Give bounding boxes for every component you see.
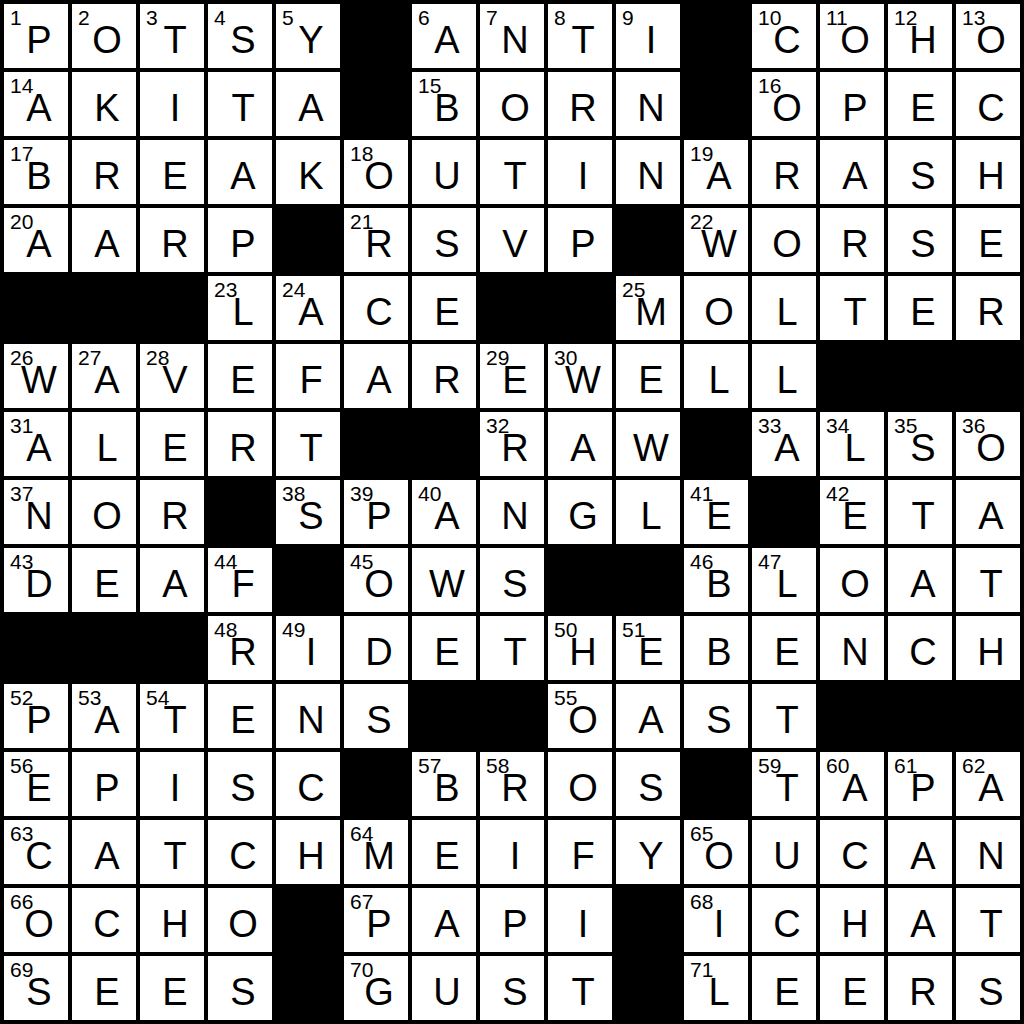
cell-r13c1[interactable]: 63C bbox=[4, 820, 68, 884]
cell-r5c14[interactable]: E bbox=[888, 276, 952, 340]
cell-r15c13[interactable]: E bbox=[820, 956, 884, 1020]
cell-r14c9[interactable]: I bbox=[548, 888, 612, 952]
cell-letter: P bbox=[350, 497, 408, 535]
cell-r11c9[interactable]: 55O bbox=[548, 684, 612, 748]
cell-r13c6[interactable]: 64M bbox=[344, 820, 408, 884]
cell-letter: I bbox=[282, 633, 340, 671]
cell-r1c9[interactable]: 8T bbox=[548, 4, 612, 68]
cell-letter: I bbox=[146, 89, 204, 127]
cell-r12c7[interactable]: 57B bbox=[412, 752, 476, 816]
cell-letter: A bbox=[350, 361, 408, 399]
cell-r1c1[interactable]: 1P bbox=[4, 4, 68, 68]
cell-r10c10[interactable]: 51E bbox=[616, 616, 680, 680]
cell-r9c4[interactable]: 44F bbox=[208, 548, 272, 612]
cell-letter: R bbox=[214, 429, 272, 467]
cell-r5c15[interactable]: R bbox=[956, 276, 1020, 340]
cell-r8c14[interactable]: T bbox=[888, 480, 952, 544]
cell-r11c1[interactable]: 52P bbox=[4, 684, 68, 748]
cell-r10c12[interactable]: E bbox=[752, 616, 816, 680]
cell-letter: H bbox=[826, 905, 884, 943]
cell-letter: R bbox=[418, 361, 476, 399]
cell-r12c12[interactable]: 59T bbox=[752, 752, 816, 816]
cell-r8c15[interactable]: A bbox=[956, 480, 1020, 544]
cell-r10c11[interactable]: B bbox=[684, 616, 748, 680]
cell-r15c6[interactable]: 70G bbox=[344, 956, 408, 1020]
cell-r15c8[interactable]: S bbox=[480, 956, 544, 1020]
cell-r6c12[interactable]: L bbox=[752, 344, 816, 408]
cell-r14c2[interactable]: C bbox=[72, 888, 136, 952]
cell-r12c3[interactable]: I bbox=[140, 752, 204, 816]
cell-letter: O bbox=[962, 429, 1020, 467]
cell-r2c2[interactable]: K bbox=[72, 72, 136, 136]
block-r12c11 bbox=[684, 752, 748, 816]
cell-letter: O bbox=[554, 769, 612, 807]
cell-r7c4[interactable]: R bbox=[208, 412, 272, 476]
cell-r13c7[interactable]: E bbox=[412, 820, 476, 884]
cell-r11c10[interactable]: A bbox=[616, 684, 680, 748]
cell-letter: B bbox=[418, 769, 476, 807]
cell-r10c13[interactable]: N bbox=[820, 616, 884, 680]
cell-letter: S bbox=[214, 769, 272, 807]
cell-r9c15[interactable]: T bbox=[956, 548, 1020, 612]
cell-r13c4[interactable]: C bbox=[208, 820, 272, 884]
cell-r8c10[interactable]: L bbox=[616, 480, 680, 544]
cell-r13c3[interactable]: T bbox=[140, 820, 204, 884]
cell-letter: R bbox=[146, 225, 204, 263]
cell-letter: N bbox=[622, 157, 680, 195]
cell-r6c4[interactable]: E bbox=[208, 344, 272, 408]
cell-r8c1[interactable]: 37N bbox=[4, 480, 68, 544]
cell-r3c7[interactable]: U bbox=[412, 140, 476, 204]
cell-r4c8[interactable]: V bbox=[480, 208, 544, 272]
cell-letter: R bbox=[486, 429, 544, 467]
cell-r8c7[interactable]: 40A bbox=[412, 480, 476, 544]
cell-letter: A bbox=[10, 89, 68, 127]
cell-letter: O bbox=[486, 89, 544, 127]
cell-letter: L bbox=[826, 429, 884, 467]
cell-r1c4[interactable]: 4S bbox=[208, 4, 272, 68]
block-r11c14 bbox=[888, 684, 952, 748]
cell-r14c7[interactable]: A bbox=[412, 888, 476, 952]
cell-letter: C bbox=[758, 905, 816, 943]
block-r11c7 bbox=[412, 684, 476, 748]
cell-r13c8[interactable]: I bbox=[480, 820, 544, 884]
cell-letter: A bbox=[214, 157, 272, 195]
cell-r1c7[interactable]: 6A bbox=[412, 4, 476, 68]
cell-r11c3[interactable]: 54T bbox=[140, 684, 204, 748]
cell-r5c11[interactable]: O bbox=[684, 276, 748, 340]
cell-r1c10[interactable]: 9I bbox=[616, 4, 680, 68]
cell-letter: H bbox=[894, 21, 952, 59]
cell-letter: B bbox=[418, 89, 476, 127]
block-r11c15 bbox=[956, 684, 1020, 748]
cell-letter: C bbox=[214, 837, 272, 875]
cell-r9c1[interactable]: 43D bbox=[4, 548, 68, 612]
cell-letter: O bbox=[350, 157, 408, 195]
cell-r15c7[interactable]: U bbox=[412, 956, 476, 1020]
cell-r14c4[interactable]: O bbox=[208, 888, 272, 952]
cell-r3c3[interactable]: E bbox=[140, 140, 204, 204]
cell-letter: S bbox=[350, 701, 408, 739]
cell-r3c4[interactable]: A bbox=[208, 140, 272, 204]
cell-letter: Y bbox=[282, 21, 340, 59]
cell-r10c7[interactable]: E bbox=[412, 616, 476, 680]
cell-letter: A bbox=[894, 565, 952, 603]
cell-letter: R bbox=[350, 225, 408, 263]
cell-r4c3[interactable]: R bbox=[140, 208, 204, 272]
cell-letter: H bbox=[146, 905, 204, 943]
cell-r1c3[interactable]: 3T bbox=[140, 4, 204, 68]
cell-r4c9[interactable]: P bbox=[548, 208, 612, 272]
cell-r6c7[interactable]: R bbox=[412, 344, 476, 408]
cell-letter: E bbox=[826, 973, 884, 1011]
cell-letter: W bbox=[554, 361, 612, 399]
cell-r4c6[interactable]: 21R bbox=[344, 208, 408, 272]
cell-r7c8[interactable]: 32R bbox=[480, 412, 544, 476]
cell-letter: O bbox=[78, 497, 136, 535]
cell-letter: V bbox=[146, 361, 204, 399]
cell-r7c10[interactable]: W bbox=[616, 412, 680, 476]
cell-r7c5[interactable]: T bbox=[276, 412, 340, 476]
cell-r10c9[interactable]: 50H bbox=[548, 616, 612, 680]
cell-r12c10[interactable]: S bbox=[616, 752, 680, 816]
cell-r3c9[interactable]: I bbox=[548, 140, 612, 204]
cell-letter: E bbox=[690, 497, 748, 535]
cell-r8c2[interactable]: O bbox=[72, 480, 136, 544]
cell-r13c9[interactable]: F bbox=[548, 820, 612, 884]
cell-letter: E bbox=[418, 837, 476, 875]
cell-r3c2[interactable]: R bbox=[72, 140, 136, 204]
cell-r5c4[interactable]: 23L bbox=[208, 276, 272, 340]
cell-r15c1[interactable]: 69S bbox=[4, 956, 68, 1020]
cell-r12c5[interactable]: C bbox=[276, 752, 340, 816]
cell-letter: C bbox=[10, 837, 68, 875]
cell-r13c13[interactable]: C bbox=[820, 820, 884, 884]
cell-letter: S bbox=[282, 497, 340, 535]
cell-r14c14[interactable]: A bbox=[888, 888, 952, 952]
cell-letter: W bbox=[418, 565, 476, 603]
cell-r7c15[interactable]: 36O bbox=[956, 412, 1020, 476]
cell-letter: P bbox=[894, 769, 952, 807]
cell-r15c11[interactable]: 71L bbox=[684, 956, 748, 1020]
cell-r13c12[interactable]: U bbox=[752, 820, 816, 884]
cell-letter: T bbox=[146, 701, 204, 739]
block-r12c6 bbox=[344, 752, 408, 816]
cell-letter: E bbox=[622, 361, 680, 399]
cell-letter: E bbox=[214, 701, 272, 739]
cell-r13c11[interactable]: 65O bbox=[684, 820, 748, 884]
cell-letter: O bbox=[758, 225, 816, 263]
cell-letter: L bbox=[758, 361, 816, 399]
cell-letter: L bbox=[78, 429, 136, 467]
cell-letter: C bbox=[894, 633, 952, 671]
cell-letter: S bbox=[418, 225, 476, 263]
cell-letter: L bbox=[758, 565, 816, 603]
cell-r7c9[interactable]: A bbox=[548, 412, 612, 476]
cell-r3c6[interactable]: 18O bbox=[344, 140, 408, 204]
cell-letter: P bbox=[10, 701, 68, 739]
cell-r2c15[interactable]: C bbox=[956, 72, 1020, 136]
cell-r11c5[interactable]: N bbox=[276, 684, 340, 748]
cell-r12c13[interactable]: 60A bbox=[820, 752, 884, 816]
cell-r14c1[interactable]: 66O bbox=[4, 888, 68, 952]
cell-r6c6[interactable]: A bbox=[344, 344, 408, 408]
cell-letter: S bbox=[894, 429, 952, 467]
block-r6c14 bbox=[888, 344, 952, 408]
cell-r6c8[interactable]: 29E bbox=[480, 344, 544, 408]
cell-r1c5[interactable]: 5Y bbox=[276, 4, 340, 68]
cell-r15c15[interactable]: S bbox=[956, 956, 1020, 1020]
cell-r10c15[interactable]: H bbox=[956, 616, 1020, 680]
cell-r11c4[interactable]: E bbox=[208, 684, 272, 748]
cell-r15c2[interactable]: E bbox=[72, 956, 136, 1020]
cell-r5c13[interactable]: T bbox=[820, 276, 884, 340]
cell-r6c11[interactable]: L bbox=[684, 344, 748, 408]
cell-r8c8[interactable]: N bbox=[480, 480, 544, 544]
cell-r4c14[interactable]: S bbox=[888, 208, 952, 272]
cell-letter: I bbox=[146, 769, 204, 807]
cell-letter: A bbox=[418, 21, 476, 59]
cell-r3c1[interactable]: 17B bbox=[4, 140, 68, 204]
cell-r9c8[interactable]: S bbox=[480, 548, 544, 612]
cell-r4c2[interactable]: A bbox=[72, 208, 136, 272]
cell-letter: A bbox=[78, 361, 136, 399]
cell-r9c6[interactable]: 45O bbox=[344, 548, 408, 612]
cell-r9c2[interactable]: E bbox=[72, 548, 136, 612]
block-r1c6 bbox=[344, 4, 408, 68]
cell-r15c4[interactable]: S bbox=[208, 956, 272, 1020]
cell-letter: R bbox=[894, 973, 952, 1011]
cell-r7c2[interactable]: L bbox=[72, 412, 136, 476]
cell-letter: O bbox=[690, 293, 748, 331]
cell-letter: E bbox=[826, 497, 884, 535]
cell-r5c6[interactable]: C bbox=[344, 276, 408, 340]
cell-r2c12[interactable]: 16O bbox=[752, 72, 816, 136]
cell-r10c8[interactable]: T bbox=[480, 616, 544, 680]
cell-letter: R bbox=[78, 157, 136, 195]
block-r7c6 bbox=[344, 412, 408, 476]
cell-r3c10[interactable]: N bbox=[616, 140, 680, 204]
cell-letter: P bbox=[554, 225, 612, 263]
cell-r8c9[interactable]: G bbox=[548, 480, 612, 544]
cell-r15c3[interactable]: E bbox=[140, 956, 204, 1020]
cell-letter: T bbox=[214, 89, 272, 127]
cell-r6c2[interactable]: 27A bbox=[72, 344, 136, 408]
cell-r4c7[interactable]: S bbox=[412, 208, 476, 272]
cell-r7c14[interactable]: 35S bbox=[888, 412, 952, 476]
cell-r3c8[interactable]: T bbox=[480, 140, 544, 204]
cell-r1c12[interactable]: 10C bbox=[752, 4, 816, 68]
cell-r2c3[interactable]: I bbox=[140, 72, 204, 136]
cell-r1c13[interactable]: 11O bbox=[820, 4, 884, 68]
cell-r14c13[interactable]: H bbox=[820, 888, 884, 952]
cell-r2c10[interactable]: N bbox=[616, 72, 680, 136]
cell-r7c3[interactable]: E bbox=[140, 412, 204, 476]
block-r10c2 bbox=[72, 616, 136, 680]
cell-r4c1[interactable]: 20A bbox=[4, 208, 68, 272]
cell-letter: T bbox=[146, 21, 204, 59]
cell-r3c5[interactable]: K bbox=[276, 140, 340, 204]
cell-r13c2[interactable]: A bbox=[72, 820, 136, 884]
cell-r4c15[interactable]: E bbox=[956, 208, 1020, 272]
cell-r8c5[interactable]: 38S bbox=[276, 480, 340, 544]
cell-letter: W bbox=[622, 429, 680, 467]
cell-letter: F bbox=[282, 361, 340, 399]
cell-letter: E bbox=[894, 293, 952, 331]
cell-r2c14[interactable]: E bbox=[888, 72, 952, 136]
cell-r5c10[interactable]: 25M bbox=[616, 276, 680, 340]
cell-r2c5[interactable]: A bbox=[276, 72, 340, 136]
cell-letter: O bbox=[10, 905, 68, 943]
cell-r3c11[interactable]: 19A bbox=[684, 140, 748, 204]
cell-letter: S bbox=[894, 225, 952, 263]
cell-r12c14[interactable]: 61P bbox=[888, 752, 952, 816]
cell-r14c8[interactable]: P bbox=[480, 888, 544, 952]
cell-r11c6[interactable]: S bbox=[344, 684, 408, 748]
cell-letter: E bbox=[146, 429, 204, 467]
cell-letter: R bbox=[554, 89, 612, 127]
cell-r10c6[interactable]: D bbox=[344, 616, 408, 680]
cell-r9c13[interactable]: O bbox=[820, 548, 884, 612]
cell-letter: K bbox=[282, 157, 340, 195]
cell-r4c13[interactable]: R bbox=[820, 208, 884, 272]
cell-letter: I bbox=[554, 157, 612, 195]
cell-r5c12[interactable]: L bbox=[752, 276, 816, 340]
cell-letter: U bbox=[418, 157, 476, 195]
cell-r2c8[interactable]: O bbox=[480, 72, 544, 136]
cell-r1c14[interactable]: 12H bbox=[888, 4, 952, 68]
cell-r9c11[interactable]: 46B bbox=[684, 548, 748, 612]
cell-r9c12[interactable]: 47L bbox=[752, 548, 816, 612]
cell-r13c15[interactable]: N bbox=[956, 820, 1020, 884]
cell-r15c12[interactable]: E bbox=[752, 956, 816, 1020]
cell-r9c14[interactable]: A bbox=[888, 548, 952, 612]
cell-r11c12[interactable]: T bbox=[752, 684, 816, 748]
cell-letter: T bbox=[554, 973, 612, 1011]
cell-r13c5[interactable]: H bbox=[276, 820, 340, 884]
cell-letter: A bbox=[554, 429, 612, 467]
cell-r15c9[interactable]: T bbox=[548, 956, 612, 1020]
cell-r14c15[interactable]: T bbox=[956, 888, 1020, 952]
cell-r7c12[interactable]: 33A bbox=[752, 412, 816, 476]
cell-letter: S bbox=[10, 973, 68, 1011]
cell-r14c3[interactable]: H bbox=[140, 888, 204, 952]
block-r15c5 bbox=[276, 956, 340, 1020]
cell-letter: P bbox=[826, 89, 884, 127]
cell-letter: G bbox=[554, 497, 612, 535]
cell-r3c14[interactable]: S bbox=[888, 140, 952, 204]
cell-letter: C bbox=[78, 905, 136, 943]
cell-letter: P bbox=[350, 905, 408, 943]
cell-letter: O bbox=[350, 565, 408, 603]
cell-letter: O bbox=[826, 21, 884, 59]
cell-r2c7[interactable]: 15B bbox=[412, 72, 476, 136]
cell-letter: L bbox=[758, 293, 816, 331]
cell-letter: L bbox=[690, 361, 748, 399]
block-r10c1 bbox=[4, 616, 68, 680]
cell-letter: C bbox=[826, 837, 884, 875]
cell-r6c5[interactable]: F bbox=[276, 344, 340, 408]
cell-letter: T bbox=[486, 633, 544, 671]
cell-r3c12[interactable]: R bbox=[752, 140, 816, 204]
cell-r10c14[interactable]: C bbox=[888, 616, 952, 680]
block-r8c12 bbox=[752, 480, 816, 544]
cell-letter: U bbox=[758, 837, 816, 875]
cell-r3c13[interactable]: A bbox=[820, 140, 884, 204]
cell-r12c4[interactable]: S bbox=[208, 752, 272, 816]
block-r14c5 bbox=[276, 888, 340, 952]
cell-r2c1[interactable]: 14A bbox=[4, 72, 68, 136]
cell-r1c8[interactable]: 7N bbox=[480, 4, 544, 68]
cell-letter: P bbox=[78, 769, 136, 807]
cell-r8c3[interactable]: R bbox=[140, 480, 204, 544]
cell-r1c2[interactable]: 2O bbox=[72, 4, 136, 68]
cell-r7c1[interactable]: 31A bbox=[4, 412, 68, 476]
cell-r11c11[interactable]: S bbox=[684, 684, 748, 748]
cell-r3c15[interactable]: H bbox=[956, 140, 1020, 204]
cell-letter: N bbox=[486, 21, 544, 59]
cell-r11c2[interactable]: 53A bbox=[72, 684, 136, 748]
cell-r1c15[interactable]: 13O bbox=[956, 4, 1020, 68]
cell-r8c13[interactable]: 42E bbox=[820, 480, 884, 544]
cell-r4c11[interactable]: 22W bbox=[684, 208, 748, 272]
cell-r15c14[interactable]: R bbox=[888, 956, 952, 1020]
cell-letter: S bbox=[214, 973, 272, 1011]
cell-r12c8[interactable]: 58R bbox=[480, 752, 544, 816]
cell-r12c1[interactable]: 56E bbox=[4, 752, 68, 816]
cell-r13c14[interactable]: A bbox=[888, 820, 952, 884]
cell-letter: S bbox=[894, 157, 952, 195]
cell-letter: S bbox=[486, 565, 544, 603]
cell-r12c15[interactable]: 62A bbox=[956, 752, 1020, 816]
cell-r5c7[interactable]: E bbox=[412, 276, 476, 340]
cell-letter: C bbox=[282, 769, 340, 807]
cell-r6c9[interactable]: 30W bbox=[548, 344, 612, 408]
cell-letter: A bbox=[962, 497, 1020, 535]
cell-r8c6[interactable]: 39P bbox=[344, 480, 408, 544]
cell-r9c7[interactable]: W bbox=[412, 548, 476, 612]
cell-r6c10[interactable]: E bbox=[616, 344, 680, 408]
cell-letter: L bbox=[214, 293, 272, 331]
cell-r6c3[interactable]: 28V bbox=[140, 344, 204, 408]
cell-r4c12[interactable]: O bbox=[752, 208, 816, 272]
cell-r13c10[interactable]: Y bbox=[616, 820, 680, 884]
cell-letter: E bbox=[758, 633, 816, 671]
cell-letter: D bbox=[350, 633, 408, 671]
cell-r14c11[interactable]: 68I bbox=[684, 888, 748, 952]
cell-r14c12[interactable]: C bbox=[752, 888, 816, 952]
cell-r2c4[interactable]: T bbox=[208, 72, 272, 136]
block-r5c8 bbox=[480, 276, 544, 340]
cell-r10c5[interactable]: 49I bbox=[276, 616, 340, 680]
cell-letter: T bbox=[146, 837, 204, 875]
cell-r6c1[interactable]: 26W bbox=[4, 344, 68, 408]
cell-r7c13[interactable]: 34L bbox=[820, 412, 884, 476]
cell-r12c9[interactable]: O bbox=[548, 752, 612, 816]
cell-r2c13[interactable]: P bbox=[820, 72, 884, 136]
cell-r2c9[interactable]: R bbox=[548, 72, 612, 136]
cell-letter: E bbox=[622, 633, 680, 671]
cell-r14c6[interactable]: 67P bbox=[344, 888, 408, 952]
cell-r5c5[interactable]: 24A bbox=[276, 276, 340, 340]
cell-r4c4[interactable]: P bbox=[208, 208, 272, 272]
cell-r10c4[interactable]: 48R bbox=[208, 616, 272, 680]
cell-r9c3[interactable]: A bbox=[140, 548, 204, 612]
cell-r8c11[interactable]: 41E bbox=[684, 480, 748, 544]
block-r9c10 bbox=[616, 548, 680, 612]
cell-letter: A bbox=[894, 837, 952, 875]
cell-r12c2[interactable]: P bbox=[72, 752, 136, 816]
